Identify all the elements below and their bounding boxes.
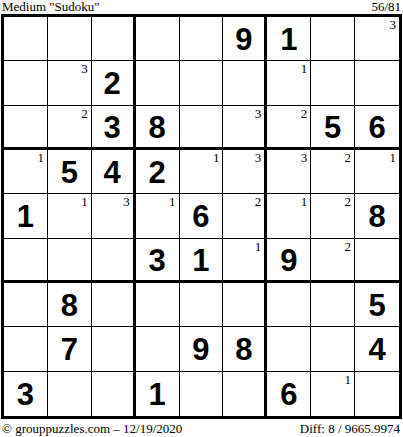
given-digit: 3 — [17, 379, 34, 410]
cell-r5c2[interactable]: 1 — [48, 194, 92, 238]
cell-r1c9[interactable]: 3 — [355, 17, 399, 61]
cell-r8c2[interactable]: 7 — [48, 327, 92, 371]
cell-r2c6[interactable] — [223, 61, 267, 105]
given-digit: 1 — [280, 24, 297, 55]
cell-r8c9[interactable]: 4 — [355, 327, 399, 371]
pencil-mark: 1 — [37, 151, 44, 164]
pencil-mark: 3 — [255, 107, 262, 120]
cell-r3c3[interactable]: 3 — [92, 106, 136, 150]
cell-r1c6[interactable]: 9 — [223, 17, 267, 61]
cell-r7c4[interactable] — [136, 283, 180, 327]
cell-r7c9[interactable]: 5 — [355, 283, 399, 327]
pencil-mark: 3 — [81, 62, 88, 75]
cell-r7c6[interactable] — [223, 283, 267, 327]
header: Medium "Sudoku" 56/81 — [0, 0, 403, 13]
cell-r3c2[interactable]: 2 — [48, 106, 92, 150]
given-digit: 5 — [61, 157, 78, 188]
cell-r1c5[interactable] — [180, 17, 224, 61]
cell-r1c3[interactable] — [92, 17, 136, 61]
cell-r9c2[interactable] — [48, 372, 92, 416]
pencil-mark: 2 — [345, 195, 352, 208]
difficulty-text: Diff: 8 / 9665.9974 — [300, 422, 400, 436]
cell-r6c3[interactable] — [92, 239, 136, 283]
given-digit: 3 — [104, 112, 121, 143]
given-digit: 9 — [192, 334, 209, 365]
cell-r9c9[interactable] — [355, 372, 399, 416]
pencil-mark: 1 — [255, 240, 262, 253]
cell-r2c2[interactable]: 3 — [48, 61, 92, 105]
cell-r4c9[interactable]: 1 — [355, 150, 399, 194]
given-digit: 6 — [368, 112, 385, 143]
cell-r9c3[interactable] — [92, 372, 136, 416]
cell-r4c5[interactable]: 1 — [180, 150, 224, 194]
cell-r6c7[interactable]: 9 — [267, 239, 311, 283]
cell-r6c9[interactable] — [355, 239, 399, 283]
cell-r8c5[interactable]: 9 — [180, 327, 224, 371]
given-digit: 8 — [235, 334, 252, 365]
given-digit: 5 — [324, 112, 341, 143]
cell-r4c4[interactable]: 2 — [136, 150, 180, 194]
cell-r3c1[interactable] — [4, 106, 48, 150]
cell-r5c1[interactable]: 1 — [4, 194, 48, 238]
cell-r7c7[interactable] — [267, 283, 311, 327]
cell-r5c6[interactable]: 2 — [223, 194, 267, 238]
given-digit: 9 — [235, 24, 252, 55]
pencil-mark: 1 — [169, 195, 176, 208]
cell-r8c6[interactable]: 8 — [223, 327, 267, 371]
cell-r3c8[interactable]: 5 — [311, 106, 355, 150]
given-digit: 6 — [192, 201, 209, 232]
cell-r1c7[interactable]: 1 — [267, 17, 311, 61]
pencil-mark: 3 — [301, 151, 308, 164]
sudoku-page: Medium "Sudoku" 56/81 913321238325615421… — [0, 0, 403, 437]
cell-r6c6[interactable]: 1 — [223, 239, 267, 283]
pencil-mark: 1 — [213, 151, 220, 164]
pencil-mark: 2 — [81, 107, 88, 120]
given-digit: 1 — [192, 245, 209, 276]
given-digit: 8 — [148, 112, 165, 143]
cell-r9c7[interactable]: 6 — [267, 372, 311, 416]
cell-r2c3[interactable]: 2 — [92, 61, 136, 105]
cell-r4c7[interactable]: 3 — [267, 150, 311, 194]
cell-r6c8[interactable]: 2 — [311, 239, 355, 283]
puzzle-title: Medium "Sudoku" — [2, 0, 100, 13]
cell-r2c9[interactable] — [355, 61, 399, 105]
given-digit: 4 — [104, 157, 121, 188]
pencil-mark: 1 — [390, 151, 397, 164]
cell-r9c8[interactable]: 1 — [311, 372, 355, 416]
given-digit: 1 — [17, 201, 34, 232]
cell-r9c1[interactable]: 3 — [4, 372, 48, 416]
cell-r7c2[interactable]: 8 — [48, 283, 92, 327]
cell-r8c3[interactable] — [92, 327, 136, 371]
cell-r5c7[interactable]: 1 — [267, 194, 311, 238]
cell-r8c1[interactable] — [4, 327, 48, 371]
cell-r2c7[interactable]: 1 — [267, 61, 311, 105]
pencil-mark: 2 — [345, 151, 352, 164]
pencil-mark: 3 — [255, 151, 262, 164]
cell-r7c3[interactable] — [92, 283, 136, 327]
cell-r9c5[interactable] — [180, 372, 224, 416]
given-digit: 2 — [104, 68, 121, 99]
given-digit: 5 — [368, 290, 385, 321]
pencil-mark: 3 — [123, 195, 130, 208]
given-digit: 7 — [61, 334, 78, 365]
footer: © grouppuzzles.com – 12/19/2020 Diff: 8 … — [0, 422, 403, 436]
given-digit: 8 — [61, 290, 78, 321]
cell-r1c8[interactable] — [311, 17, 355, 61]
cell-r6c1[interactable] — [4, 239, 48, 283]
cell-r3c6[interactable]: 3 — [223, 106, 267, 150]
cell-r4c8[interactable]: 2 — [311, 150, 355, 194]
pencil-mark: 1 — [81, 195, 88, 208]
given-digit: 1 — [148, 379, 165, 410]
cell-r2c8[interactable] — [311, 61, 355, 105]
cell-r6c2[interactable] — [48, 239, 92, 283]
cell-r8c4[interactable] — [136, 327, 180, 371]
cell-r5c5[interactable]: 6 — [180, 194, 224, 238]
cell-r6c5[interactable]: 1 — [180, 239, 224, 283]
cell-r5c3[interactable]: 3 — [92, 194, 136, 238]
cell-r9c4[interactable]: 1 — [136, 372, 180, 416]
cell-r3c4[interactable]: 8 — [136, 106, 180, 150]
sudoku-grid: 9133212383256154213321113162128311928579… — [1, 14, 402, 419]
cell-r3c5[interactable] — [180, 106, 224, 150]
cell-r6c4[interactable]: 3 — [136, 239, 180, 283]
pencil-mark: 2 — [345, 240, 352, 253]
cell-r7c8[interactable] — [311, 283, 355, 327]
cell-r8c8[interactable] — [311, 327, 355, 371]
cell-r1c1[interactable] — [4, 17, 48, 61]
cell-r1c4[interactable] — [136, 17, 180, 61]
given-digit: 6 — [280, 379, 297, 410]
pencil-mark: 1 — [301, 195, 308, 208]
pencil-mark: 2 — [301, 107, 308, 120]
given-digit: 9 — [280, 245, 297, 276]
given-digit: 4 — [368, 334, 385, 365]
pencil-mark: 1 — [301, 62, 308, 75]
cell-r2c4[interactable] — [136, 61, 180, 105]
cell-r3c7[interactable]: 2 — [267, 106, 311, 150]
given-digit: 3 — [148, 245, 165, 276]
cell-r8c7[interactable] — [267, 327, 311, 371]
pencil-mark: 2 — [255, 195, 262, 208]
cell-r5c9[interactable]: 8 — [355, 194, 399, 238]
cell-r4c3[interactable]: 4 — [92, 150, 136, 194]
pencil-mark: 1 — [345, 373, 352, 386]
cell-r7c5[interactable] — [180, 283, 224, 327]
cell-r4c6[interactable]: 3 — [223, 150, 267, 194]
copyright-text: © grouppuzzles.com – 12/19/2020 — [2, 422, 182, 436]
cell-r4c1[interactable]: 1 — [4, 150, 48, 194]
pencil-mark: 3 — [390, 18, 397, 31]
cell-r4c2[interactable]: 5 — [48, 150, 92, 194]
cell-r2c5[interactable] — [180, 61, 224, 105]
cell-r7c1[interactable] — [4, 283, 48, 327]
remaining-counter: 56/81 — [371, 0, 401, 13]
cell-r2c1[interactable] — [4, 61, 48, 105]
cell-r5c8[interactable]: 2 — [311, 194, 355, 238]
cell-r1c2[interactable] — [48, 17, 92, 61]
cell-r9c6[interactable] — [223, 372, 267, 416]
given-digit: 8 — [368, 201, 385, 232]
cell-r5c4[interactable]: 1 — [136, 194, 180, 238]
given-digit: 2 — [148, 157, 165, 188]
cell-r3c9[interactable]: 6 — [355, 106, 399, 150]
